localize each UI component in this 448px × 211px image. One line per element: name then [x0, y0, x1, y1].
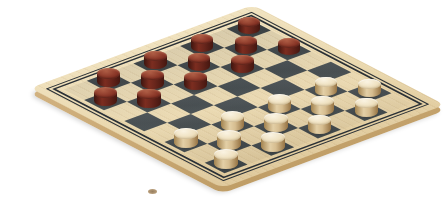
red-checker-piece: [188, 53, 210, 71]
red-checker-piece: [141, 70, 164, 89]
red-checker-piece: [238, 17, 260, 34]
piece-top-face: [358, 79, 381, 90]
piece-top-face: [231, 55, 253, 65]
red-checker-piece: [191, 34, 213, 52]
red-checker-piece: [94, 87, 117, 106]
red-checker-piece: [235, 36, 257, 54]
piece-top-face: [221, 111, 245, 122]
wood-checker-piece: [311, 96, 334, 115]
piece-top-face: [97, 68, 120, 78]
piece-top-face: [141, 70, 164, 80]
wood-knot: [148, 189, 157, 194]
piece-top-face: [184, 72, 207, 82]
piece-top-face: [278, 38, 300, 48]
red-checker-piece: [144, 51, 166, 69]
red-checker-piece: [97, 68, 120, 87]
red-checker-piece: [137, 89, 160, 108]
piece-top-face: [238, 17, 260, 27]
piece-top-face: [235, 36, 257, 46]
wood-checker-piece: [214, 149, 238, 169]
piece-top-face: [217, 130, 241, 141]
red-checker-piece: [184, 72, 207, 91]
wood-checker-piece: [264, 113, 288, 133]
wood-checker-piece: [268, 94, 291, 113]
wood-checker-piece: [355, 98, 378, 117]
piece-top-face: [261, 132, 285, 143]
wood-checker-piece: [358, 79, 381, 98]
wood-checker-piece: [308, 115, 332, 135]
wood-checker-piece: [217, 130, 241, 150]
piece-top-face: [264, 113, 288, 124]
piece-top-face: [355, 98, 378, 109]
piece-top-face: [214, 149, 238, 160]
red-checker-piece: [231, 55, 253, 73]
piece-top-face: [268, 94, 291, 105]
wood-checker-piece: [221, 111, 245, 131]
red-checker-piece: [278, 38, 300, 56]
piece-top-face: [94, 87, 117, 98]
piece-top-face: [137, 89, 160, 100]
piece-top-face: [188, 53, 210, 63]
wood-checker-piece: [261, 132, 285, 152]
wood-checker-piece: [315, 77, 338, 96]
wood-checker-piece: [174, 128, 198, 148]
checkers-product-photo: [0, 0, 448, 211]
